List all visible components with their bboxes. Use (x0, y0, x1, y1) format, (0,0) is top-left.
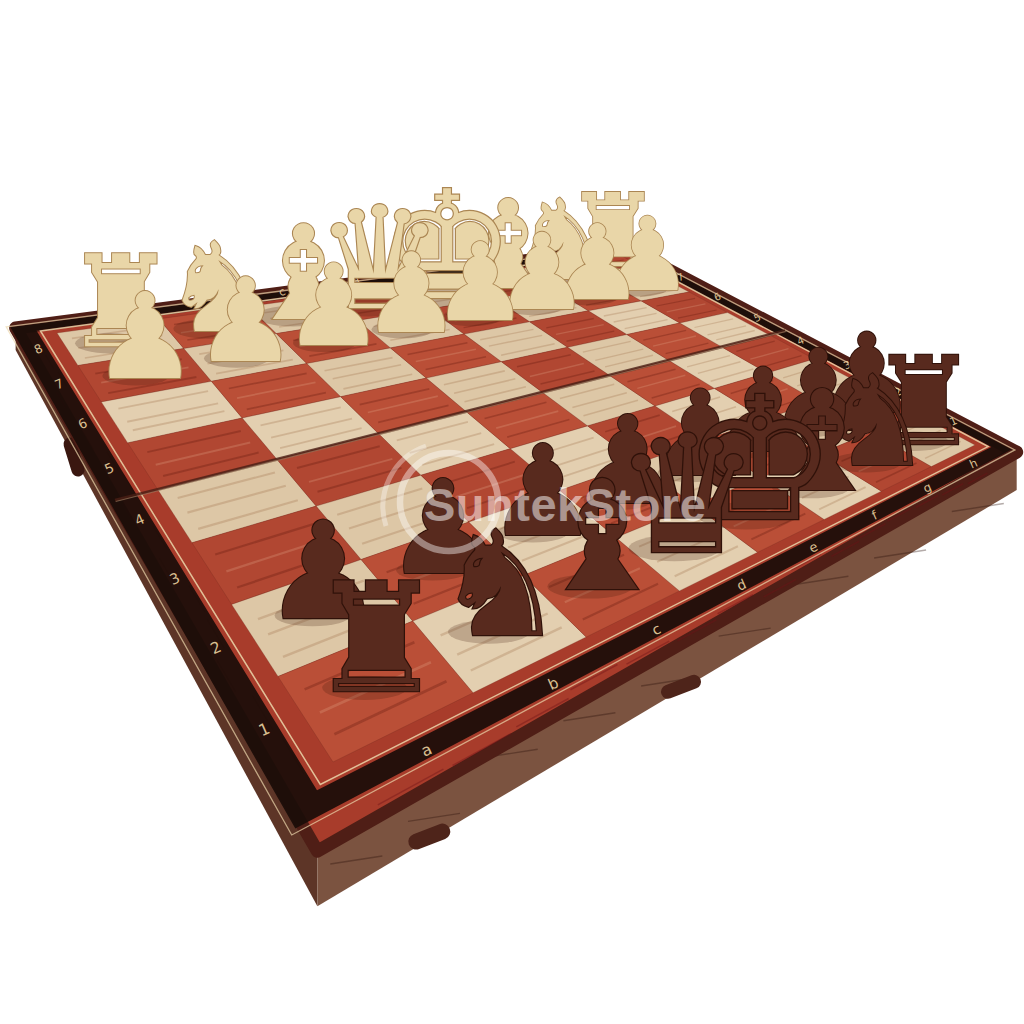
piece-black-r-a1: ♜ (309, 550, 445, 727)
case-foot (668, 682, 694, 692)
product-photo-stage: 8877665544332211aabbccddeeffgghh ♜♞♝♟♚♟♛… (0, 0, 1024, 1024)
chess-set-photo: 8877665544332211aabbccddeeffgghh ♜♞♝♟♚♟♛… (0, 0, 1024, 1024)
case-foot (416, 832, 442, 842)
piece-white-p-c7: ♟ (283, 240, 384, 372)
piece-white-p-b7: ♟ (194, 253, 298, 388)
watermark-text: SuntekStore (424, 478, 706, 531)
piece-white-p-a7: ♟ (92, 267, 199, 406)
